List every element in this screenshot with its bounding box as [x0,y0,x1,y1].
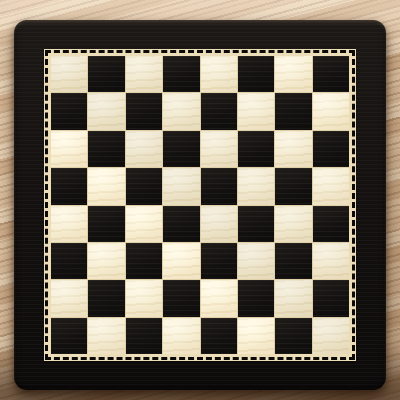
square-d4 [163,206,199,242]
square-d7 [163,93,199,129]
square-c8 [126,56,162,92]
square-f5 [238,168,274,204]
square-a6 [51,131,87,167]
square-a8 [51,56,87,92]
square-e7 [201,93,237,129]
square-f4 [238,206,274,242]
square-d3 [163,243,199,279]
square-b7 [88,93,124,129]
square-c1 [126,318,162,354]
square-b1 [88,318,124,354]
square-a5 [51,168,87,204]
square-c6 [126,131,162,167]
square-b5 [88,168,124,204]
square-d1 [163,318,199,354]
square-d6 [163,131,199,167]
square-g2 [275,280,311,316]
square-b2 [88,280,124,316]
square-g8 [275,56,311,92]
square-a4 [51,206,87,242]
square-f7 [238,93,274,129]
square-h1 [313,318,349,354]
square-e8 [201,56,237,92]
square-e6 [201,131,237,167]
square-f2 [238,280,274,316]
square-c3 [126,243,162,279]
square-f1 [238,318,274,354]
square-b3 [88,243,124,279]
square-h3 [313,243,349,279]
square-a3 [51,243,87,279]
square-d5 [163,168,199,204]
square-g6 [275,131,311,167]
square-b6 [88,131,124,167]
square-c5 [126,168,162,204]
square-b4 [88,206,124,242]
square-g7 [275,93,311,129]
square-h5 [313,168,349,204]
square-e3 [201,243,237,279]
square-g5 [275,168,311,204]
square-b8 [88,56,124,92]
square-e2 [201,280,237,316]
square-h4 [313,206,349,242]
square-g1 [275,318,311,354]
square-c2 [126,280,162,316]
square-c4 [126,206,162,242]
square-h8 [313,56,349,92]
square-f6 [238,131,274,167]
square-a1 [51,318,87,354]
square-e1 [201,318,237,354]
wood-table-background [0,0,400,400]
square-h7 [313,93,349,129]
square-f3 [238,243,274,279]
square-d8 [163,56,199,92]
square-e5 [201,168,237,204]
square-c7 [126,93,162,129]
square-e4 [201,206,237,242]
square-g4 [275,206,311,242]
square-d2 [163,280,199,316]
square-g3 [275,243,311,279]
square-h2 [313,280,349,316]
square-a7 [51,93,87,129]
square-h6 [313,131,349,167]
square-a2 [51,280,87,316]
chessboard [14,20,386,390]
board-inlay-frame [44,49,356,361]
square-f8 [238,56,274,92]
board-grid [51,56,349,354]
